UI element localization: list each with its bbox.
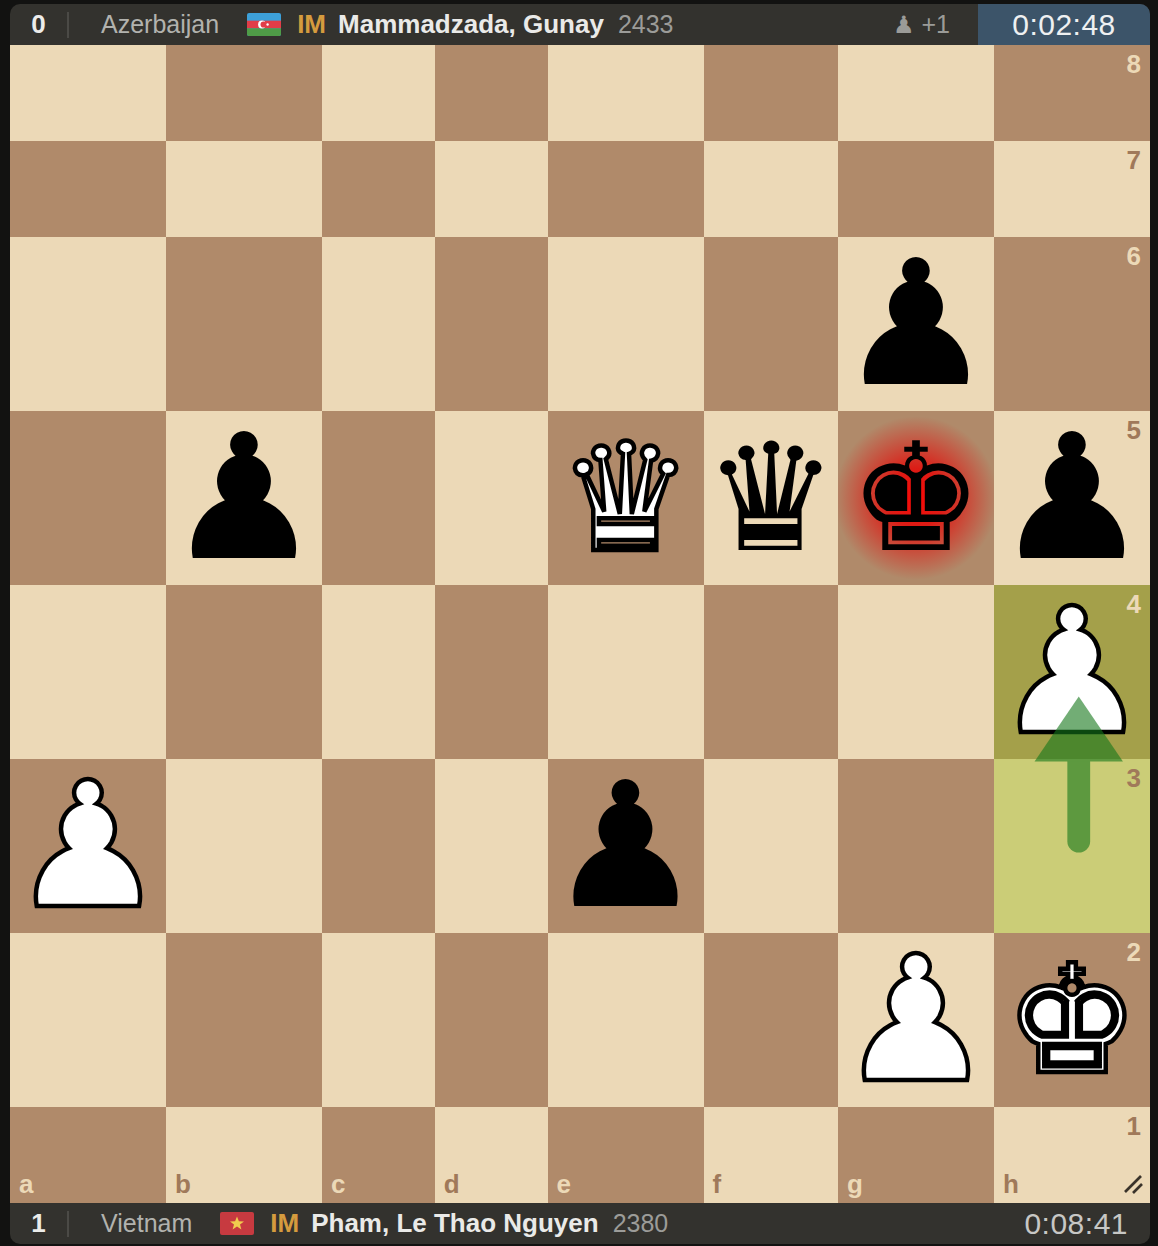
coord-rank-4: 4 (1127, 589, 1141, 620)
coord-file-h: h (1003, 1169, 1019, 1200)
square-a7[interactable] (10, 141, 166, 237)
white-pawn-g2[interactable]: ♟ (838, 933, 994, 1107)
square-h6[interactable]: 6 (994, 237, 1150, 411)
square-c1[interactable]: c (322, 1107, 435, 1203)
white-pawn-a3[interactable]: ♟ (10, 759, 166, 933)
square-e8[interactable] (548, 45, 704, 141)
coord-file-c: c (331, 1169, 345, 1200)
square-d1[interactable]: d (435, 1107, 548, 1203)
square-f4[interactable] (704, 585, 838, 759)
square-c7[interactable] (322, 141, 435, 237)
top-player-country: Azerbaijan (101, 10, 219, 39)
square-b5[interactable]: ♟ (166, 411, 322, 585)
coord-rank-5: 5 (1127, 415, 1141, 446)
bottom-player-bar: 1 Vietnam IM Pham, Le Thao Nguyen 2380 0… (10, 1203, 1150, 1244)
top-player-title: IM (297, 9, 326, 40)
square-b2[interactable] (166, 933, 322, 1107)
coord-rank-1: 1 (1127, 1111, 1141, 1142)
square-a2[interactable] (10, 933, 166, 1107)
square-h5[interactable]: ♟5 (994, 411, 1150, 585)
square-e2[interactable] (548, 933, 704, 1107)
board-resize-handle[interactable] (1121, 1172, 1145, 1200)
square-f8[interactable] (704, 45, 838, 141)
divider (67, 1211, 69, 1237)
square-e1[interactable]: e (548, 1107, 704, 1203)
square-f5[interactable]: ♛ (704, 411, 838, 585)
coord-file-g: g (847, 1169, 863, 1200)
square-c3[interactable] (322, 759, 435, 933)
square-d2[interactable] (435, 933, 548, 1107)
coord-file-e: e (557, 1169, 571, 1200)
square-b1[interactable]: b (166, 1107, 322, 1203)
coord-rank-8: 8 (1127, 49, 1141, 80)
azerbaijan-flag-icon (247, 13, 281, 36)
square-g3[interactable] (838, 759, 994, 933)
coord-file-b: b (175, 1169, 191, 1200)
square-d8[interactable] (435, 45, 548, 141)
square-e6[interactable] (548, 237, 704, 411)
square-c6[interactable] (322, 237, 435, 411)
top-player-clock: 0:02:48 (978, 4, 1150, 45)
black-pawn-g6[interactable]: ♟ (838, 237, 994, 411)
square-f1[interactable]: f (704, 1107, 838, 1203)
square-b6[interactable] (166, 237, 322, 411)
black-pawn-e3[interactable]: ♟ (548, 759, 704, 933)
square-d5[interactable] (435, 411, 548, 585)
square-a3[interactable]: ♟ (10, 759, 166, 933)
square-e4[interactable] (548, 585, 704, 759)
top-player-name: Mammadzada, Gunay (338, 9, 604, 40)
top-player-rating: 2433 (618, 10, 674, 39)
coord-file-d: d (444, 1169, 460, 1200)
bottom-player-rating: 2380 (613, 1209, 669, 1238)
pawn-icon: ♟ (893, 13, 915, 37)
resize-diagonal-lines-icon (1121, 1172, 1145, 1196)
square-f7[interactable] (704, 141, 838, 237)
square-g4[interactable] (838, 585, 994, 759)
game-card: 0 Azerbaijan IM Mammadzada, Gunay 2433 ♟… (10, 4, 1150, 1244)
square-f6[interactable] (704, 237, 838, 411)
square-a6[interactable] (10, 237, 166, 411)
square-d6[interactable] (435, 237, 548, 411)
square-a4[interactable] (10, 585, 166, 759)
square-c2[interactable] (322, 933, 435, 1107)
bottom-player-title: IM (270, 1208, 299, 1239)
square-c8[interactable] (322, 45, 435, 141)
square-g5[interactable]: ♚ (838, 411, 994, 585)
black-pawn-b5[interactable]: ♟ (166, 411, 322, 585)
coord-file-a: a (19, 1169, 33, 1200)
coord-rank-6: 6 (1127, 241, 1141, 272)
square-h8[interactable]: 8 (994, 45, 1150, 141)
bottom-player-score: 1 (10, 1208, 67, 1239)
square-g2[interactable]: ♟ (838, 933, 994, 1107)
black-queen-f5[interactable]: ♛ (704, 423, 838, 573)
square-h3[interactable]: 3 (994, 759, 1150, 933)
square-d3[interactable] (435, 759, 548, 933)
material-count: +1 (921, 10, 950, 39)
square-c4[interactable] (322, 585, 435, 759)
bottom-player-name: Pham, Le Thao Nguyen (311, 1208, 599, 1239)
square-c5[interactable] (322, 411, 435, 585)
square-b7[interactable] (166, 141, 322, 237)
square-d4[interactable] (435, 585, 548, 759)
square-h2[interactable]: ♚2 (994, 933, 1150, 1107)
top-player-score: 0 (10, 9, 67, 40)
square-h7[interactable]: 7 (994, 141, 1150, 237)
square-a5[interactable] (10, 411, 166, 585)
square-b8[interactable] (166, 45, 322, 141)
square-b3[interactable] (166, 759, 322, 933)
square-a8[interactable] (10, 45, 166, 141)
coord-file-f: f (713, 1169, 722, 1200)
divider (67, 12, 69, 38)
square-a1[interactable]: a (10, 1107, 166, 1203)
square-g1[interactable]: g (838, 1107, 994, 1203)
square-e3[interactable]: ♟ (548, 759, 704, 933)
vietnam-flag-icon (220, 1212, 254, 1235)
white-queen-e5[interactable]: ♛ (558, 423, 692, 573)
coord-rank-7: 7 (1127, 145, 1141, 176)
square-e5[interactable]: ♛ (548, 411, 704, 585)
bottom-player-country: Vietnam (101, 1209, 192, 1238)
coord-rank-3: 3 (1127, 763, 1141, 794)
square-f3[interactable] (704, 759, 838, 933)
bottom-player-clock: 0:08:41 (1024, 1207, 1150, 1241)
square-h4[interactable]: ♟4 (994, 585, 1150, 759)
board[interactable]: 87♟6♟♛♛♚♟5♟4♟♟3♟♚2abcdefg1h (10, 45, 1150, 1203)
square-e7[interactable] (548, 141, 704, 237)
white-king-h2[interactable]: ♚ (1005, 945, 1139, 1095)
square-d7[interactable] (435, 141, 548, 237)
coord-rank-2: 2 (1127, 937, 1141, 968)
square-f2[interactable] (704, 933, 838, 1107)
square-g6[interactable]: ♟ (838, 237, 994, 411)
top-player-bar: 0 Azerbaijan IM Mammadzada, Gunay 2433 ♟… (10, 4, 1150, 45)
square-b4[interactable] (166, 585, 322, 759)
square-g8[interactable] (838, 45, 994, 141)
top-player-material-advantage: ♟ +1 (893, 10, 950, 39)
black-king-g5[interactable]: ♚ (849, 423, 983, 573)
